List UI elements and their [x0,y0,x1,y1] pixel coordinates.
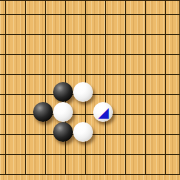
grid-line-horizontal [0,154,180,155]
black-stone: ● [33,102,53,122]
grid-line-horizontal [0,34,180,35]
grid-line-vertical [165,0,166,175]
board-top-edge-line [0,0,180,1]
grid-line-horizontal [0,114,180,115]
black-stone: ● [53,122,73,142]
white-stone: ○ [53,102,73,122]
grid-line-vertical [45,0,46,175]
grid-line-vertical [125,0,126,175]
black-stone: ● [53,82,73,102]
grid-line-horizontal [0,174,180,175]
black-stone-glyph: ● [33,102,53,122]
grid-line-vertical [145,0,146,175]
white-stone-glyph: ○ [73,122,93,142]
white-stone-glyph: ○ [73,82,93,102]
black-stone-glyph: ● [53,122,73,142]
grid-line-horizontal [0,74,180,75]
last-move-triangle-marker-icon: ◢ [94,102,114,122]
grid-line-vertical [5,0,6,175]
grid-line-horizontal [0,54,180,55]
grid-line-vertical [25,0,26,175]
board-right-edge-line [179,0,180,175]
white-stone: ○◢ [93,102,113,122]
white-stone: ○ [73,82,93,102]
grid-line-horizontal [0,14,180,15]
go-board[interactable]: ●○●○○◢●○ [0,0,180,180]
black-stone-glyph: ● [53,82,73,102]
white-stone-glyph: ○ [53,102,73,122]
white-stone: ○ [73,122,93,142]
grid-line-vertical [105,0,106,175]
